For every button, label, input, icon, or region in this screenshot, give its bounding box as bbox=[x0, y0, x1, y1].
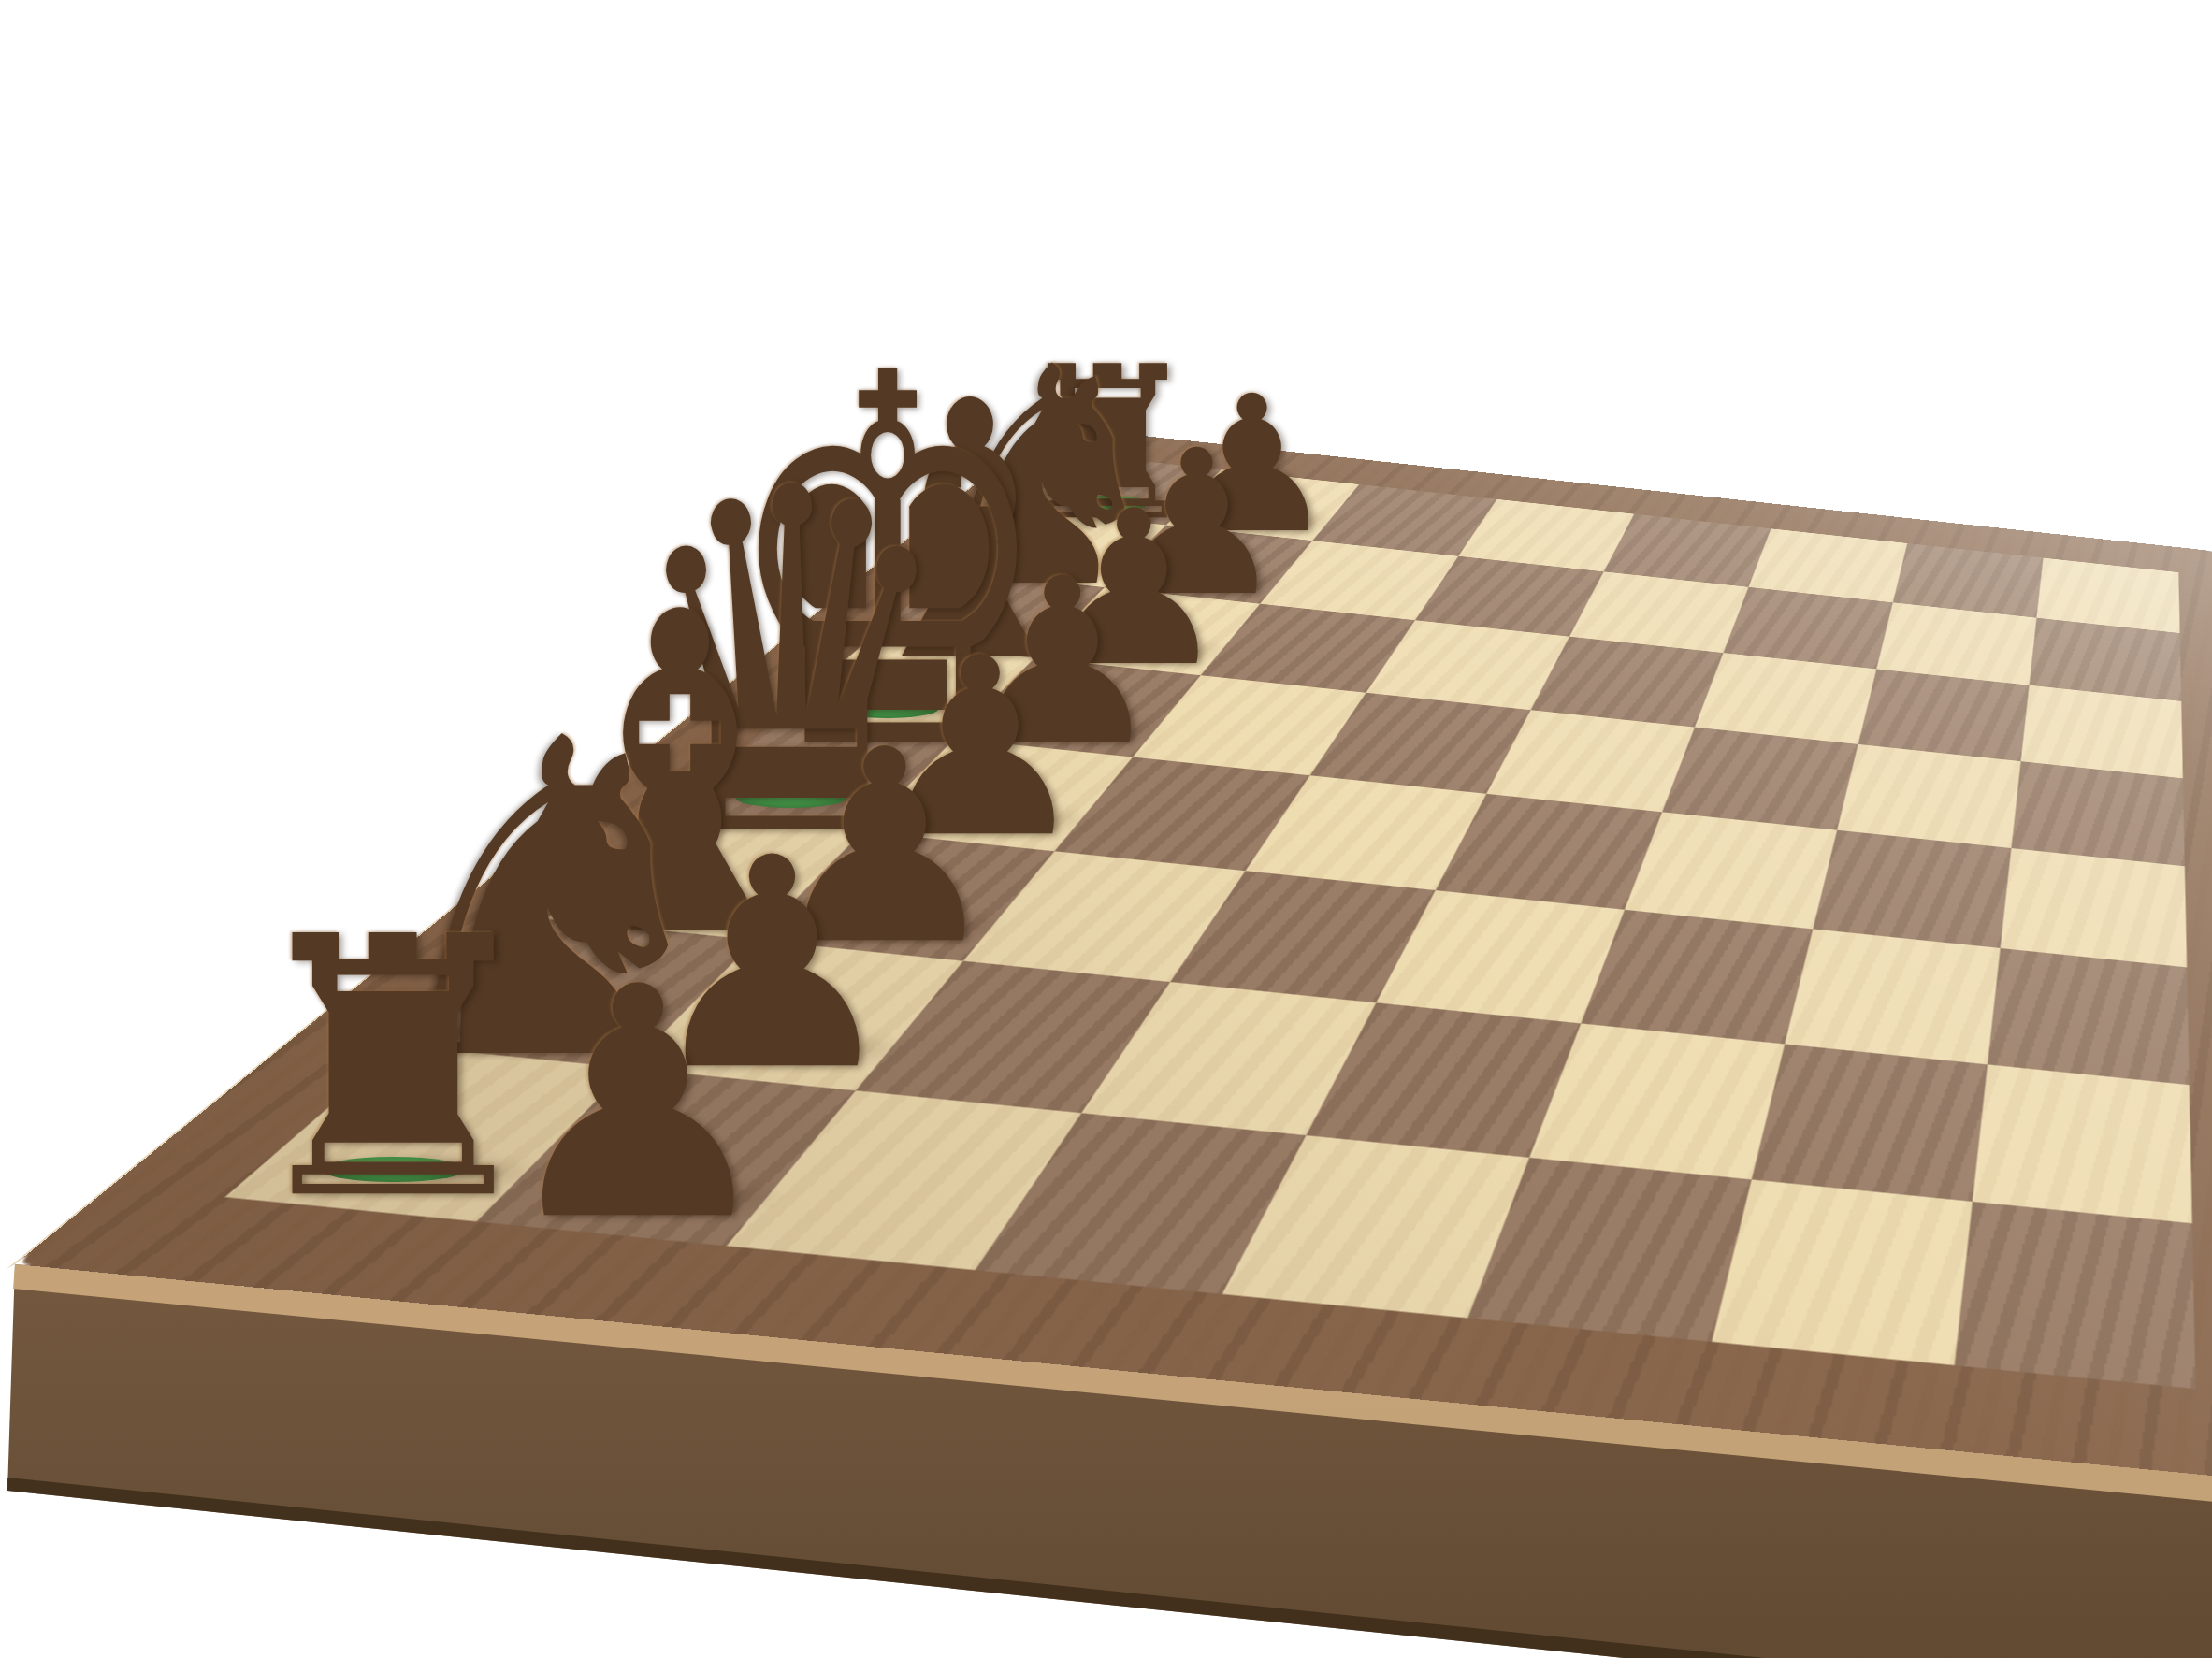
product-photo-stage: ♜♞♝♛♚♝♞♜♟♟♟♟♟♟♟♟ bbox=[0, 0, 2212, 1658]
square-c3 bbox=[1581, 910, 1813, 1045]
square-b2 bbox=[1752, 1044, 1988, 1201]
square-d3 bbox=[1625, 812, 1837, 929]
square-c1 bbox=[1988, 948, 2190, 1085]
square-d2 bbox=[1813, 830, 2011, 948]
square-c2 bbox=[1785, 929, 2000, 1064]
square-b1 bbox=[1973, 1064, 2192, 1223]
square-d1 bbox=[2001, 848, 2187, 967]
square-a1 bbox=[1955, 1202, 2196, 1389]
square-a2 bbox=[1712, 1179, 1973, 1365]
